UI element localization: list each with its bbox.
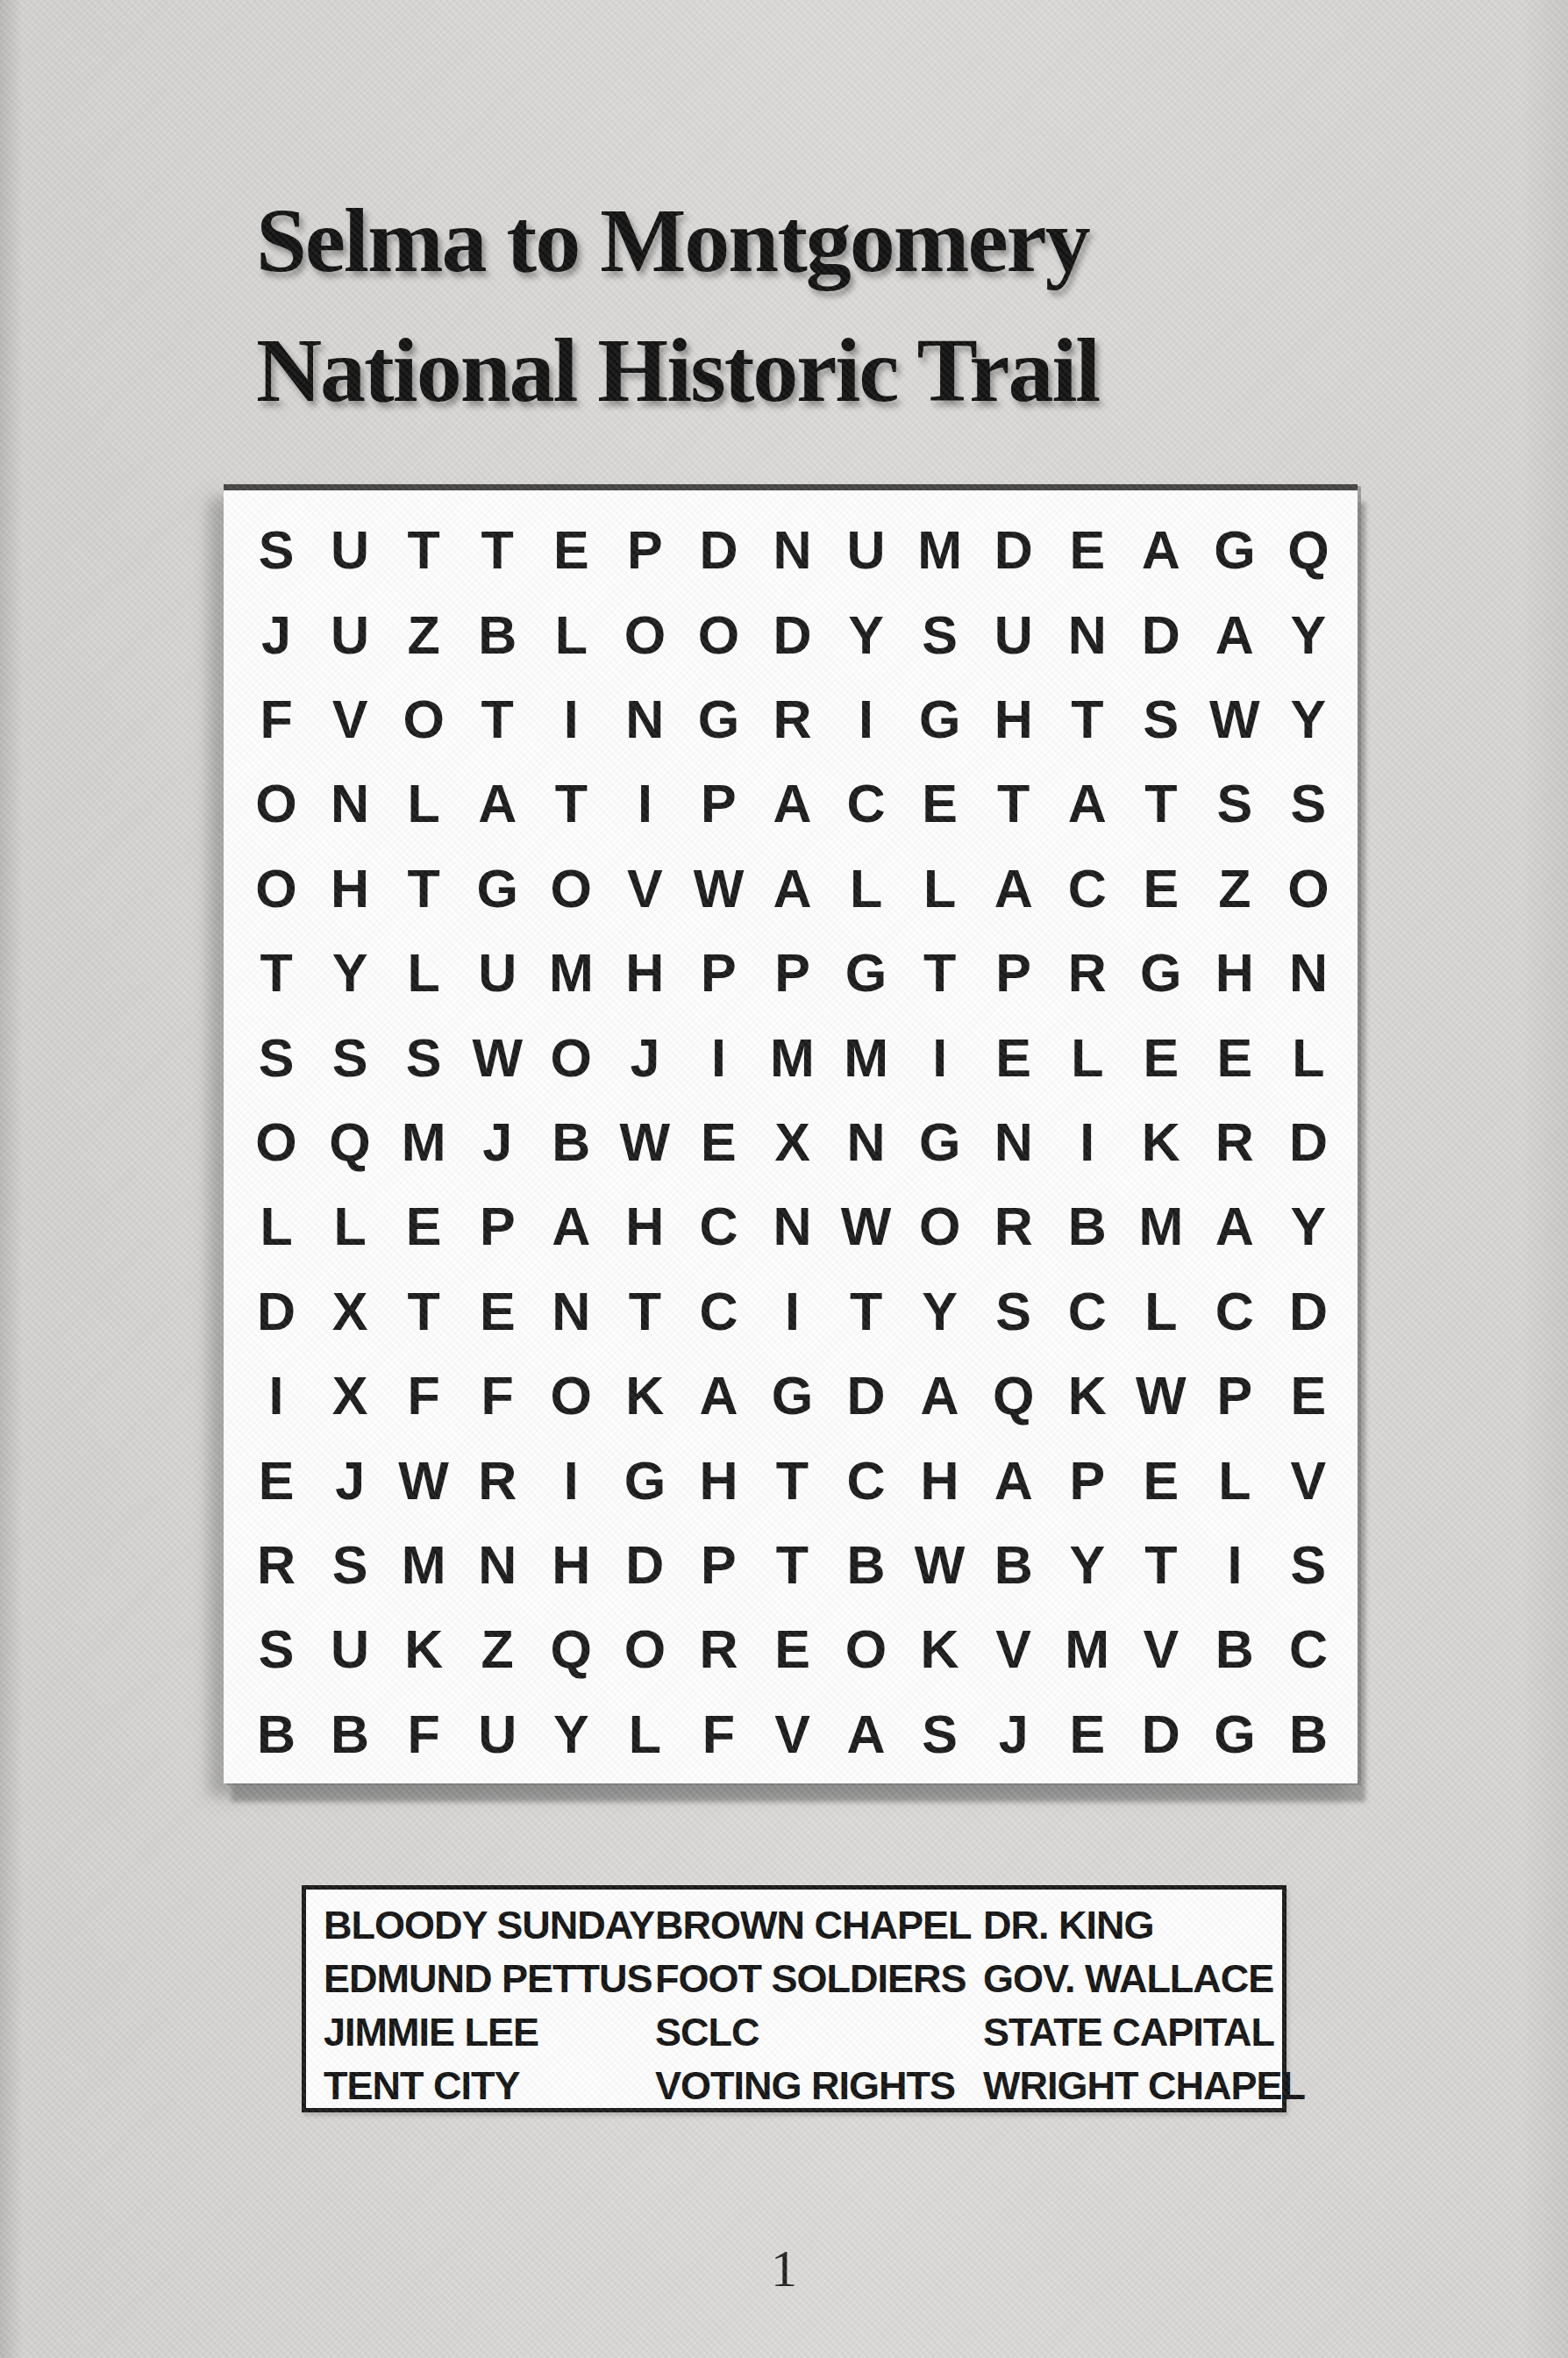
grid-cell: T xyxy=(1124,761,1198,846)
grid-cell: B xyxy=(239,1692,313,1776)
grid-cell: R xyxy=(460,1438,534,1522)
grid-cell: Y xyxy=(1272,592,1345,676)
grid-cell: D xyxy=(681,508,755,592)
grid-cell: C xyxy=(830,761,903,846)
grid-cell: J xyxy=(313,1438,387,1522)
grid-cell: Q xyxy=(534,1607,608,1691)
grid-cell: X xyxy=(313,1354,387,1438)
grid-cell: W xyxy=(608,1100,681,1184)
grid-cell: D xyxy=(830,1354,903,1438)
grid-cell: U xyxy=(977,592,1051,676)
grid-cell: T xyxy=(830,1269,903,1354)
grid-cell: Q xyxy=(313,1100,387,1184)
grid-cell: A xyxy=(755,761,829,846)
grid-cell: H xyxy=(313,847,387,931)
grid-cell: B xyxy=(1198,1607,1272,1691)
grid-cell: O xyxy=(239,761,313,846)
grid-cell: T xyxy=(1124,1523,1198,1607)
grid-cell: S xyxy=(1272,761,1345,846)
grid-cell: L xyxy=(387,761,460,846)
grid-cell: A xyxy=(460,761,534,846)
grid-cell: P xyxy=(681,761,755,846)
grid-cell: V xyxy=(608,847,681,931)
grid-cell: A xyxy=(755,847,829,931)
grid-cell: D xyxy=(977,508,1051,592)
puzzle-title: Selma to Montgomery National Historic Tr… xyxy=(256,175,1099,435)
grid-cell: D xyxy=(1272,1269,1345,1354)
grid-cell: U xyxy=(460,1692,534,1776)
grid-cell: I xyxy=(534,1438,608,1522)
grid-cell: D xyxy=(239,1269,313,1354)
grid-cell: W xyxy=(830,1184,903,1268)
grid-cell: N xyxy=(755,508,829,592)
word-list-item: FOOT SOLDIERS xyxy=(655,1952,983,2005)
grid-cell: E xyxy=(1051,508,1124,592)
grid-cell: S xyxy=(903,592,977,676)
grid-cell: J xyxy=(977,1692,1051,1776)
grid-cell: C xyxy=(1051,847,1124,931)
grid-cell: F xyxy=(239,677,313,761)
grid-cell: K xyxy=(903,1607,977,1691)
grid-cell: D xyxy=(755,592,829,676)
grid-cell: V xyxy=(313,677,387,761)
grid-cell: A xyxy=(903,1354,977,1438)
grid-cell: B xyxy=(830,1523,903,1607)
grid-cell: S xyxy=(1198,761,1272,846)
grid-cell: M xyxy=(387,1100,460,1184)
grid-cell: O xyxy=(239,1100,313,1184)
grid-cell: Y xyxy=(1051,1523,1124,1607)
grid-cell: I xyxy=(681,1015,755,1099)
grid-cell: I xyxy=(608,761,681,846)
grid-cell: B xyxy=(977,1523,1051,1607)
grid-cell: E xyxy=(1124,847,1198,931)
grid-cell: F xyxy=(387,1354,460,1438)
grid-cell: I xyxy=(903,1015,977,1099)
title-line-2: National Historic Trail xyxy=(256,305,1099,435)
grid-cell: M xyxy=(1051,1607,1124,1691)
grid-cell: C xyxy=(1272,1607,1345,1691)
grid-cell: B xyxy=(1272,1692,1345,1776)
grid-cell: P xyxy=(1051,1438,1124,1522)
grid-cell: E xyxy=(1272,1354,1345,1438)
grid-cell: E xyxy=(1198,1015,1272,1099)
grid-cell: F xyxy=(460,1354,534,1438)
grid-cell: H xyxy=(977,677,1051,761)
grid-cell: A xyxy=(1198,1184,1272,1268)
grid-cell: M xyxy=(534,931,608,1015)
grid-cell: Z xyxy=(460,1607,534,1691)
grid-cell: P xyxy=(977,931,1051,1015)
grid-cell: C xyxy=(830,1438,903,1522)
word-list-item: GOV. WALLACE xyxy=(983,1952,1305,2005)
grid-cell: S xyxy=(239,508,313,592)
grid-cell: N xyxy=(460,1523,534,1607)
grid-cell: N xyxy=(313,761,387,846)
grid-cell: H xyxy=(903,1438,977,1522)
grid-cell: W xyxy=(1198,677,1272,761)
word-list-item: DR. KING xyxy=(983,1898,1305,1952)
grid-cell: B xyxy=(460,592,534,676)
grid-cell: W xyxy=(460,1015,534,1099)
grid-cell: L xyxy=(387,931,460,1015)
grid-cell: R xyxy=(755,677,829,761)
grid-cell: L xyxy=(1272,1015,1345,1099)
grid-cell: G xyxy=(903,677,977,761)
grid-cell: D xyxy=(1124,592,1198,676)
grid-cell: G xyxy=(1198,1692,1272,1776)
grid-cell: R xyxy=(1051,931,1124,1015)
grid-cell: I xyxy=(239,1354,313,1438)
grid-cell: L xyxy=(1124,1269,1198,1354)
grid-cell: O xyxy=(534,847,608,931)
grid-cell: D xyxy=(1272,1100,1345,1184)
grid-cell: D xyxy=(1124,1692,1198,1776)
grid-cell: H xyxy=(1198,931,1272,1015)
grid-cell: S xyxy=(977,1269,1051,1354)
grid-cell: S xyxy=(1124,677,1198,761)
grid-cell: T xyxy=(608,1269,681,1354)
grid-cell: S xyxy=(903,1692,977,1776)
grid-cell: P xyxy=(681,1523,755,1607)
grid-cell: V xyxy=(1272,1438,1345,1522)
grid-cell: E xyxy=(1051,1692,1124,1776)
grid-cell: A xyxy=(1124,508,1198,592)
grid-cell: K xyxy=(1124,1100,1198,1184)
grid-cell: P xyxy=(608,508,681,592)
grid-cell: Y xyxy=(903,1269,977,1354)
grid-cell: W xyxy=(387,1438,460,1522)
grid-cell: O xyxy=(1272,847,1345,931)
grid-cell: I xyxy=(534,677,608,761)
grid-cell: R xyxy=(239,1523,313,1607)
grid-cell: S xyxy=(1272,1523,1345,1607)
grid-cell: G xyxy=(460,847,534,931)
grid-cell: C xyxy=(681,1269,755,1354)
grid-cell: E xyxy=(1124,1015,1198,1099)
grid-cell: X xyxy=(755,1100,829,1184)
grid-cell: G xyxy=(1124,931,1198,1015)
grid-cell: C xyxy=(1198,1269,1272,1354)
grid-cell: L xyxy=(534,592,608,676)
grid-cell: M xyxy=(387,1523,460,1607)
grid-cell: I xyxy=(755,1269,829,1354)
grid-cell: O xyxy=(903,1184,977,1268)
word-list-item: TENT CITY xyxy=(324,2059,655,2112)
grid-cell: T xyxy=(387,1269,460,1354)
grid-cell: T xyxy=(387,847,460,931)
grid-cell: J xyxy=(239,592,313,676)
grid-cell: Y xyxy=(1272,1184,1345,1268)
grid-cell: O xyxy=(830,1607,903,1691)
grid-cell: T xyxy=(755,1438,829,1522)
grid-cell: S xyxy=(239,1607,313,1691)
word-list: BLOODY SUNDAYEDMUND PETTUSJIMMIE LEETENT… xyxy=(302,1885,1286,2112)
grid-cell: R xyxy=(977,1184,1051,1268)
word-list-item: WRIGHT CHAPEL xyxy=(983,2059,1305,2112)
grid-cell: O xyxy=(534,1354,608,1438)
grid-cell: T xyxy=(387,508,460,592)
grid-cell: U xyxy=(313,1607,387,1691)
grid-cell: M xyxy=(755,1015,829,1099)
grid-cell: E xyxy=(534,508,608,592)
grid-cell: K xyxy=(608,1354,681,1438)
grid-cell: I xyxy=(1051,1100,1124,1184)
grid-cell: A xyxy=(977,847,1051,931)
grid-cell: A xyxy=(977,1438,1051,1522)
grid-cell: U xyxy=(830,508,903,592)
title-line-1: Selma to Montgomery xyxy=(256,175,1099,305)
grid-cell: P xyxy=(1198,1354,1272,1438)
grid-cell: O xyxy=(608,1607,681,1691)
grid-cell: G xyxy=(681,677,755,761)
grid-cell: A xyxy=(1198,592,1272,676)
grid-cell: G xyxy=(830,931,903,1015)
word-search-board: SUTTEPDNUMDEAGQJUZBLOODYSUNDAYFVOTINGRIG… xyxy=(224,484,1358,1783)
grid-cell: H xyxy=(608,931,681,1015)
word-list-item: VOTING RIGHTS xyxy=(655,2059,983,2112)
grid-cell: W xyxy=(1124,1354,1198,1438)
grid-cell: A xyxy=(830,1692,903,1776)
grid-cell: Z xyxy=(387,592,460,676)
grid-cell: F xyxy=(387,1692,460,1776)
grid-cell: P xyxy=(681,931,755,1015)
grid-cell: M xyxy=(903,508,977,592)
grid-cell: W xyxy=(681,847,755,931)
grid-cell: N xyxy=(977,1100,1051,1184)
grid-cell: L xyxy=(903,847,977,931)
grid-cell: E xyxy=(387,1184,460,1268)
grid-cell: E xyxy=(1124,1438,1198,1522)
grid-cell: N xyxy=(1051,592,1124,676)
grid-cell: V xyxy=(977,1607,1051,1691)
grid-cell: P xyxy=(460,1184,534,1268)
grid-cell: K xyxy=(1051,1354,1124,1438)
grid-cell: V xyxy=(755,1692,829,1776)
word-list-item: BLOODY SUNDAY xyxy=(324,1898,655,1952)
grid-cell: T xyxy=(1051,677,1124,761)
grid-cell: B xyxy=(313,1692,387,1776)
grid-cell: T xyxy=(755,1523,829,1607)
grid-cell: E xyxy=(239,1438,313,1522)
grid-cell: Y xyxy=(534,1692,608,1776)
grid-cell: X xyxy=(313,1269,387,1354)
grid-cell: H xyxy=(534,1523,608,1607)
grid-cell: L xyxy=(608,1692,681,1776)
grid-cell: R xyxy=(1198,1100,1272,1184)
grid-cell: Q xyxy=(1272,508,1345,592)
grid-cell: M xyxy=(1124,1184,1198,1268)
grid-cell: L xyxy=(1051,1015,1124,1099)
grid-cell: Q xyxy=(977,1354,1051,1438)
grid-cell: R xyxy=(681,1607,755,1691)
grid-cell: G xyxy=(903,1100,977,1184)
grid-cell: L xyxy=(1198,1438,1272,1522)
grid-cell: Y xyxy=(830,592,903,676)
grid-cell: Y xyxy=(313,931,387,1015)
grid-cell: T xyxy=(534,761,608,846)
grid-cell: E xyxy=(460,1269,534,1354)
grid-cell: S xyxy=(313,1015,387,1099)
grid-cell: J xyxy=(608,1015,681,1099)
grid-cell: T xyxy=(903,931,977,1015)
grid-cell: O xyxy=(239,847,313,931)
grid-cell: G xyxy=(1198,508,1272,592)
grid-cell: U xyxy=(313,508,387,592)
grid-cell: S xyxy=(387,1015,460,1099)
grid-cell: U xyxy=(460,931,534,1015)
grid-cell: W xyxy=(903,1523,977,1607)
grid-cell: C xyxy=(681,1184,755,1268)
page-number: 1 xyxy=(0,2239,1568,2299)
grid-cell: L xyxy=(830,847,903,931)
grid-cell: Y xyxy=(1272,677,1345,761)
grid-cell: F xyxy=(681,1692,755,1776)
word-list-item: STATE CAPITAL xyxy=(983,2005,1305,2059)
grid-cell: V xyxy=(1124,1607,1198,1691)
grid-cell: J xyxy=(460,1100,534,1184)
grid-cell: A xyxy=(534,1184,608,1268)
word-list-column: BROWN CHAPELFOOT SOLDIERSSCLCVOTING RIGH… xyxy=(655,1898,983,2112)
grid-cell: P xyxy=(755,931,829,1015)
grid-cell: S xyxy=(239,1015,313,1099)
word-list-column: BLOODY SUNDAYEDMUND PETTUSJIMMIE LEETENT… xyxy=(324,1898,655,2112)
grid-cell: E xyxy=(903,761,977,846)
grid-cell: N xyxy=(755,1184,829,1268)
grid-cell: T xyxy=(460,677,534,761)
grid-cell: I xyxy=(1198,1523,1272,1607)
grid-cell: H xyxy=(681,1438,755,1522)
word-list-item: JIMMIE LEE xyxy=(324,2005,655,2059)
word-list-column: DR. KINGGOV. WALLACESTATE CAPITALWRIGHT … xyxy=(983,1898,1305,2112)
grid-cell: N xyxy=(830,1100,903,1184)
word-list-item: SCLC xyxy=(655,2005,983,2059)
grid-cell: G xyxy=(755,1354,829,1438)
grid-cell: E xyxy=(755,1607,829,1691)
grid-cell: T xyxy=(977,761,1051,846)
grid-cell: N xyxy=(608,677,681,761)
grid-cell: O xyxy=(608,592,681,676)
grid-cell: A xyxy=(681,1354,755,1438)
grid-cell: K xyxy=(387,1607,460,1691)
grid-cell: L xyxy=(239,1184,313,1268)
grid-cell: D xyxy=(608,1523,681,1607)
letter-grid: SUTTEPDNUMDEAGQJUZBLOODYSUNDAYFVOTINGRIG… xyxy=(239,508,1345,1776)
grid-cell: O xyxy=(534,1015,608,1099)
scanned-puzzle-page: Selma to Montgomery National Historic Tr… xyxy=(0,0,1568,2358)
grid-cell: N xyxy=(1272,931,1345,1015)
grid-cell: G xyxy=(608,1438,681,1522)
grid-cell: I xyxy=(830,677,903,761)
grid-cell: L xyxy=(313,1184,387,1268)
grid-cell: N xyxy=(534,1269,608,1354)
grid-cell: U xyxy=(313,592,387,676)
word-list-item: EDMUND PETTUS xyxy=(324,1952,655,2005)
grid-cell: H xyxy=(608,1184,681,1268)
grid-cell: B xyxy=(534,1100,608,1184)
grid-cell: A xyxy=(1051,761,1124,846)
grid-cell: E xyxy=(681,1100,755,1184)
word-list-item: BROWN CHAPEL xyxy=(655,1898,983,1952)
grid-cell: T xyxy=(239,931,313,1015)
grid-cell: S xyxy=(313,1523,387,1607)
grid-cell: B xyxy=(1051,1184,1124,1268)
grid-cell: E xyxy=(977,1015,1051,1099)
grid-cell: T xyxy=(460,508,534,592)
grid-cell: Z xyxy=(1198,847,1272,931)
grid-cell: O xyxy=(387,677,460,761)
grid-cell: C xyxy=(1051,1269,1124,1354)
grid-cell: M xyxy=(830,1015,903,1099)
grid-cell: O xyxy=(681,592,755,676)
